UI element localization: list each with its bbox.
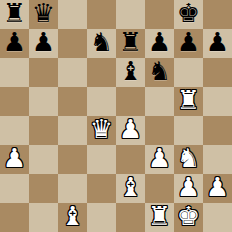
square-e5[interactable] — [116, 87, 145, 116]
square-e1[interactable] — [116, 203, 145, 232]
black-knight-piece[interactable]: ♞ — [90, 28, 113, 57]
square-f8[interactable] — [145, 0, 174, 29]
white-pawn-piece[interactable]: ♟ — [3, 144, 26, 173]
black-king-piece[interactable]: ♚ — [177, 0, 200, 28]
square-f7[interactable]: ♟ — [145, 29, 174, 58]
square-b5[interactable] — [29, 87, 58, 116]
square-b4[interactable] — [29, 116, 58, 145]
square-e2[interactable]: ♝ — [116, 174, 145, 203]
square-h2[interactable]: ♟ — [203, 174, 232, 203]
black-pawn-piece[interactable]: ♟ — [32, 28, 55, 57]
square-b8[interactable]: ♛ — [29, 0, 58, 29]
square-g7[interactable]: ♟ — [174, 29, 203, 58]
black-knight-piece[interactable]: ♞ — [148, 57, 171, 86]
square-f6[interactable]: ♞ — [145, 58, 174, 87]
square-h7[interactable]: ♟ — [203, 29, 232, 58]
square-h8[interactable] — [203, 0, 232, 29]
square-a6[interactable] — [0, 58, 29, 87]
square-d7[interactable]: ♞ — [87, 29, 116, 58]
square-c7[interactable] — [58, 29, 87, 58]
square-d6[interactable] — [87, 58, 116, 87]
white-rook-piece[interactable]: ♜ — [177, 86, 200, 115]
square-c8[interactable] — [58, 0, 87, 29]
white-pawn-piece[interactable]: ♟ — [148, 144, 171, 173]
black-pawn-piece[interactable]: ♟ — [3, 28, 26, 57]
square-a1[interactable] — [0, 203, 29, 232]
square-d3[interactable] — [87, 145, 116, 174]
square-c1[interactable]: ♝ — [58, 203, 87, 232]
black-pawn-piece[interactable]: ♟ — [148, 28, 171, 57]
black-rook-piece[interactable]: ♜ — [3, 0, 26, 28]
black-rook-piece[interactable]: ♜ — [119, 28, 142, 57]
square-g2[interactable]: ♟ — [174, 174, 203, 203]
white-rook-piece[interactable]: ♜ — [148, 202, 171, 231]
white-king-piece[interactable]: ♚ — [177, 202, 200, 231]
square-d4[interactable]: ♛ — [87, 116, 116, 145]
square-f3[interactable]: ♟ — [145, 145, 174, 174]
square-d8[interactable] — [87, 0, 116, 29]
white-pawn-piece[interactable]: ♟ — [177, 173, 200, 202]
square-g4[interactable] — [174, 116, 203, 145]
square-c3[interactable] — [58, 145, 87, 174]
square-h3[interactable] — [203, 145, 232, 174]
square-c4[interactable] — [58, 116, 87, 145]
square-h1[interactable] — [203, 203, 232, 232]
square-b3[interactable] — [29, 145, 58, 174]
square-a5[interactable] — [0, 87, 29, 116]
square-d2[interactable] — [87, 174, 116, 203]
white-pawn-piece[interactable]: ♟ — [119, 115, 142, 144]
square-a4[interactable] — [0, 116, 29, 145]
white-queen-piece[interactable]: ♛ — [90, 115, 113, 144]
square-h4[interactable] — [203, 116, 232, 145]
square-c6[interactable] — [58, 58, 87, 87]
black-queen-piece[interactable]: ♛ — [32, 0, 55, 28]
square-f5[interactable] — [145, 87, 174, 116]
square-g3[interactable]: ♞ — [174, 145, 203, 174]
square-h5[interactable] — [203, 87, 232, 116]
square-g1[interactable]: ♚ — [174, 203, 203, 232]
square-d5[interactable] — [87, 87, 116, 116]
white-bishop-piece[interactable]: ♝ — [61, 202, 84, 231]
square-f4[interactable] — [145, 116, 174, 145]
black-bishop-piece[interactable]: ♝ — [119, 57, 142, 86]
square-e4[interactable]: ♟ — [116, 116, 145, 145]
square-h6[interactable] — [203, 58, 232, 87]
black-pawn-piece[interactable]: ♟ — [177, 28, 200, 57]
white-pawn-piece[interactable]: ♟ — [206, 173, 229, 202]
square-b6[interactable] — [29, 58, 58, 87]
square-b2[interactable] — [29, 174, 58, 203]
square-c5[interactable] — [58, 87, 87, 116]
square-f2[interactable] — [145, 174, 174, 203]
white-bishop-piece[interactable]: ♝ — [119, 173, 142, 202]
square-a8[interactable]: ♜ — [0, 0, 29, 29]
square-b1[interactable] — [29, 203, 58, 232]
chess-board: ♜♛♚♟♟♞♜♟♟♟♝♞♜♛♟♟♟♞♝♟♟♝♜♚ — [0, 0, 232, 232]
square-g5[interactable]: ♜ — [174, 87, 203, 116]
square-e6[interactable]: ♝ — [116, 58, 145, 87]
square-d1[interactable] — [87, 203, 116, 232]
square-e3[interactable] — [116, 145, 145, 174]
square-f1[interactable]: ♜ — [145, 203, 174, 232]
square-e8[interactable] — [116, 0, 145, 29]
square-a2[interactable] — [0, 174, 29, 203]
square-g6[interactable] — [174, 58, 203, 87]
square-g8[interactable]: ♚ — [174, 0, 203, 29]
square-e7[interactable]: ♜ — [116, 29, 145, 58]
square-a3[interactable]: ♟ — [0, 145, 29, 174]
square-b7[interactable]: ♟ — [29, 29, 58, 58]
square-a7[interactable]: ♟ — [0, 29, 29, 58]
white-knight-piece[interactable]: ♞ — [177, 144, 200, 173]
black-pawn-piece[interactable]: ♟ — [206, 28, 229, 57]
square-c2[interactable] — [58, 174, 87, 203]
